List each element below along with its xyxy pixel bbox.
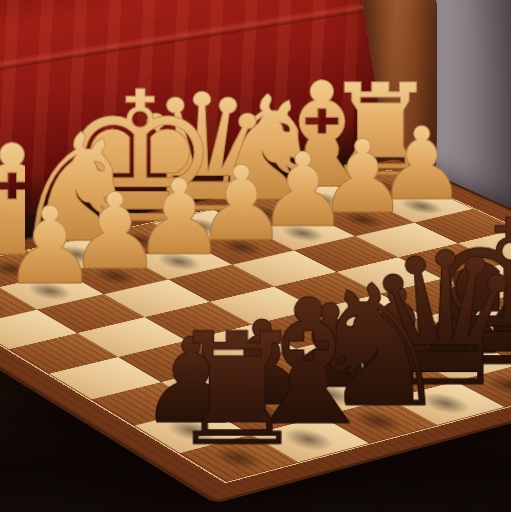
square-h8[interactable]: ♜ [180, 434, 299, 481]
pawn-glyph: ♟ [0, 207, 31, 315]
photo-stage: ♜♟♟♜♝♟♟♝♞♟♟♞♛♟♟♚♚♟♟♛♞♟♟♞♝♟♟♝♜♟♟♜ [0, 0, 511, 512]
board-scene: ♜♟♟♜♝♟♟♝♞♟♟♞♛♟♟♚♚♟♟♛♞♟♟♞♝♟♟♝♜♟♟♜ [0, 0, 511, 512]
playing-field: ♜♟♟♜♝♟♟♝♞♟♟♞♛♟♟♚♚♟♟♛♞♟♟♞♝♟♟♝♜♟♟♜ [0, 171, 511, 482]
rook-glyph: ♜ [168, 313, 307, 468]
chess-board: ♜♟♟♜♝♟♟♝♞♟♟♞♛♟♟♚♚♟♟♛♞♟♟♞♝♟♟♝♜♟♟♜ [0, 159, 511, 501]
